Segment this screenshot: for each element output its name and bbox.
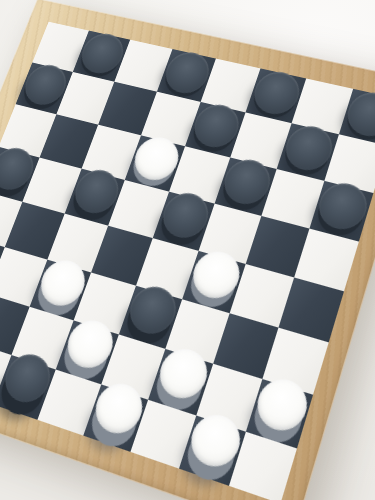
checkers-board bbox=[0, 10, 375, 486]
photo-background bbox=[0, 0, 375, 500]
